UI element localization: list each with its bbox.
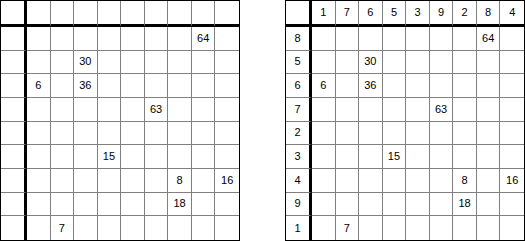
product-cell bbox=[336, 122, 360, 146]
product-cell bbox=[430, 51, 454, 75]
product-cell bbox=[215, 51, 239, 75]
product-cell bbox=[383, 216, 407, 240]
solution-board: 17653928486453066367632315481691817 bbox=[285, 0, 525, 241]
row-header-cell: 4 bbox=[286, 169, 312, 193]
column-header-cell: 8 bbox=[477, 1, 501, 27]
corner-cell bbox=[286, 1, 312, 27]
product-cell bbox=[477, 74, 501, 98]
row-header-cell bbox=[1, 193, 27, 217]
product-cell: 6 bbox=[312, 74, 336, 98]
product-cell bbox=[98, 169, 122, 193]
product-cell bbox=[477, 98, 501, 122]
product-cell bbox=[336, 51, 360, 75]
product-cell bbox=[312, 145, 336, 169]
column-header-cell bbox=[98, 1, 122, 27]
product-cell: 6 bbox=[27, 74, 51, 98]
product-cell bbox=[430, 27, 454, 51]
column-header-cell bbox=[168, 1, 192, 27]
product-cell: 36 bbox=[359, 74, 383, 98]
product-cell bbox=[27, 193, 51, 217]
row-header-cell bbox=[1, 98, 27, 122]
product-cell bbox=[168, 145, 192, 169]
product-cell bbox=[145, 216, 169, 240]
product-cell bbox=[168, 51, 192, 75]
product-cell: 15 bbox=[383, 145, 407, 169]
product-cell: 64 bbox=[477, 27, 501, 51]
product-cell bbox=[477, 145, 501, 169]
product-cell: 63 bbox=[430, 98, 454, 122]
product-cell bbox=[145, 74, 169, 98]
product-cell bbox=[383, 98, 407, 122]
product-cell: 30 bbox=[359, 51, 383, 75]
product-cell bbox=[192, 169, 216, 193]
product-cell bbox=[27, 122, 51, 146]
row-header-cell: 2 bbox=[286, 122, 312, 146]
product-cell bbox=[168, 74, 192, 98]
product-cell bbox=[27, 145, 51, 169]
product-cell bbox=[74, 145, 98, 169]
product-cell bbox=[215, 145, 239, 169]
product-cell bbox=[312, 193, 336, 217]
product-cell bbox=[312, 216, 336, 240]
product-cell bbox=[500, 122, 524, 146]
product-cell bbox=[192, 216, 216, 240]
product-cell: 18 bbox=[168, 193, 192, 217]
product-cell bbox=[430, 169, 454, 193]
product-cell: 7 bbox=[51, 216, 75, 240]
product-cell bbox=[406, 27, 430, 51]
product-cell bbox=[406, 169, 430, 193]
product-cell bbox=[312, 27, 336, 51]
column-header-cell: 2 bbox=[453, 1, 477, 27]
column-header-cell: 5 bbox=[383, 1, 407, 27]
product-cell bbox=[121, 122, 145, 146]
column-header-cell: 4 bbox=[500, 1, 524, 27]
row-header-cell: 9 bbox=[286, 193, 312, 217]
product-cell bbox=[215, 98, 239, 122]
product-cell bbox=[98, 216, 122, 240]
row-header-cell: 6 bbox=[286, 74, 312, 98]
product-cell bbox=[215, 193, 239, 217]
product-cell bbox=[74, 216, 98, 240]
corner-cell bbox=[1, 1, 27, 27]
row-header-cell: 8 bbox=[286, 27, 312, 51]
product-cell bbox=[500, 27, 524, 51]
product-cell: 8 bbox=[453, 169, 477, 193]
row-header-cell: 5 bbox=[286, 51, 312, 75]
product-cell bbox=[98, 98, 122, 122]
product-cell bbox=[477, 122, 501, 146]
product-cell bbox=[500, 74, 524, 98]
product-cell: 30 bbox=[74, 51, 98, 75]
product-cell bbox=[383, 51, 407, 75]
product-cell bbox=[27, 216, 51, 240]
row-header-cell: 1 bbox=[286, 216, 312, 240]
column-header-cell bbox=[145, 1, 169, 27]
product-cell bbox=[312, 122, 336, 146]
product-cell bbox=[453, 98, 477, 122]
row-header-cell bbox=[1, 74, 27, 98]
product-cell bbox=[121, 51, 145, 75]
product-cell: 64 bbox=[192, 27, 216, 51]
product-cell bbox=[215, 122, 239, 146]
column-header-cell bbox=[74, 1, 98, 27]
column-header-cell: 7 bbox=[336, 1, 360, 27]
product-cell: 16 bbox=[215, 169, 239, 193]
product-cell bbox=[121, 27, 145, 51]
product-cell bbox=[145, 51, 169, 75]
row-header-cell bbox=[1, 216, 27, 240]
column-header-cell: 6 bbox=[359, 1, 383, 27]
product-cell bbox=[383, 122, 407, 146]
column-header-cell bbox=[215, 1, 239, 27]
product-cell bbox=[383, 27, 407, 51]
product-cell bbox=[121, 145, 145, 169]
column-header-cell bbox=[121, 1, 145, 27]
product-cell bbox=[336, 169, 360, 193]
product-cell bbox=[145, 145, 169, 169]
product-cell bbox=[430, 122, 454, 146]
row-header-cell bbox=[1, 145, 27, 169]
product-cell bbox=[74, 27, 98, 51]
row-header-cell bbox=[1, 169, 27, 193]
product-cell bbox=[383, 169, 407, 193]
product-cell bbox=[453, 74, 477, 98]
row-header-cell bbox=[1, 27, 27, 51]
product-cell bbox=[51, 98, 75, 122]
product-cell bbox=[27, 51, 51, 75]
product-cell bbox=[406, 216, 430, 240]
column-header-cell: 3 bbox=[406, 1, 430, 27]
product-cell: 18 bbox=[453, 193, 477, 217]
product-cell bbox=[27, 98, 51, 122]
product-cell bbox=[312, 169, 336, 193]
product-cell bbox=[121, 193, 145, 217]
product-cell bbox=[74, 193, 98, 217]
product-cell bbox=[406, 145, 430, 169]
product-cell bbox=[406, 122, 430, 146]
product-cell bbox=[406, 193, 430, 217]
product-cell bbox=[74, 169, 98, 193]
product-cell bbox=[500, 145, 524, 169]
row-header-cell bbox=[1, 122, 27, 146]
product-cell bbox=[121, 98, 145, 122]
product-cell bbox=[453, 122, 477, 146]
product-cell bbox=[51, 51, 75, 75]
product-cell: 36 bbox=[74, 74, 98, 98]
product-cell bbox=[336, 193, 360, 217]
product-cell bbox=[51, 193, 75, 217]
product-cell bbox=[500, 193, 524, 217]
product-cell bbox=[98, 27, 122, 51]
product-cell bbox=[192, 98, 216, 122]
column-header-cell: 9 bbox=[430, 1, 454, 27]
product-cell bbox=[312, 98, 336, 122]
product-cell bbox=[168, 98, 192, 122]
product-cell bbox=[500, 98, 524, 122]
product-cell bbox=[145, 27, 169, 51]
product-cell bbox=[192, 122, 216, 146]
product-cell bbox=[51, 74, 75, 98]
product-cell bbox=[430, 216, 454, 240]
product-cell bbox=[27, 169, 51, 193]
product-cell bbox=[453, 51, 477, 75]
product-cell bbox=[98, 193, 122, 217]
product-cell bbox=[430, 193, 454, 217]
product-cell bbox=[359, 122, 383, 146]
puzzle-board: 64306366315816187 bbox=[0, 0, 240, 241]
product-cell bbox=[121, 216, 145, 240]
product-cell bbox=[477, 216, 501, 240]
product-cell bbox=[500, 216, 524, 240]
product-cell bbox=[359, 145, 383, 169]
product-cell bbox=[336, 27, 360, 51]
product-cell bbox=[168, 122, 192, 146]
product-cell bbox=[145, 193, 169, 217]
product-cell: 7 bbox=[336, 216, 360, 240]
column-header-cell bbox=[192, 1, 216, 27]
product-cell bbox=[168, 27, 192, 51]
column-header-cell bbox=[51, 1, 75, 27]
product-cell bbox=[477, 193, 501, 217]
product-cell bbox=[453, 216, 477, 240]
product-cell: 63 bbox=[145, 98, 169, 122]
product-cell bbox=[336, 74, 360, 98]
product-cell bbox=[98, 51, 122, 75]
product-cell bbox=[406, 51, 430, 75]
product-cell bbox=[51, 27, 75, 51]
product-cell bbox=[383, 74, 407, 98]
column-header-cell bbox=[27, 1, 51, 27]
row-header-cell bbox=[1, 51, 27, 75]
product-cell bbox=[359, 27, 383, 51]
product-cell bbox=[359, 193, 383, 217]
product-cell bbox=[359, 216, 383, 240]
product-cell bbox=[168, 216, 192, 240]
product-cell bbox=[51, 122, 75, 146]
product-cell bbox=[121, 169, 145, 193]
product-cell bbox=[336, 98, 360, 122]
product-cell bbox=[27, 27, 51, 51]
product-cell bbox=[312, 51, 336, 75]
product-cell: 15 bbox=[98, 145, 122, 169]
row-header-cell: 7 bbox=[286, 98, 312, 122]
product-cell bbox=[215, 216, 239, 240]
product-cell bbox=[215, 27, 239, 51]
product-cell bbox=[145, 122, 169, 146]
product-cell bbox=[359, 98, 383, 122]
product-cell bbox=[192, 74, 216, 98]
product-cell bbox=[453, 27, 477, 51]
product-cell bbox=[51, 169, 75, 193]
product-cell bbox=[74, 98, 98, 122]
product-cell bbox=[406, 98, 430, 122]
product-cell bbox=[406, 74, 430, 98]
product-cell bbox=[383, 193, 407, 217]
product-cell bbox=[500, 51, 524, 75]
row-header-cell: 3 bbox=[286, 145, 312, 169]
product-cell bbox=[477, 169, 501, 193]
product-cell bbox=[215, 74, 239, 98]
product-cell bbox=[51, 145, 75, 169]
product-cell: 16 bbox=[500, 169, 524, 193]
product-cell: 8 bbox=[168, 169, 192, 193]
product-cell bbox=[121, 74, 145, 98]
product-cell bbox=[430, 74, 454, 98]
product-cell bbox=[477, 51, 501, 75]
column-header-cell: 1 bbox=[312, 1, 336, 27]
product-cell bbox=[192, 51, 216, 75]
product-cell bbox=[453, 145, 477, 169]
product-cell bbox=[192, 193, 216, 217]
product-cell bbox=[430, 145, 454, 169]
product-cell bbox=[336, 145, 360, 169]
worksheet: 6430636631581618717653928486453066367632… bbox=[0, 0, 525, 241]
product-cell bbox=[98, 74, 122, 98]
product-cell bbox=[192, 145, 216, 169]
product-cell bbox=[74, 122, 98, 146]
product-cell bbox=[145, 169, 169, 193]
product-cell bbox=[359, 169, 383, 193]
product-cell bbox=[98, 122, 122, 146]
